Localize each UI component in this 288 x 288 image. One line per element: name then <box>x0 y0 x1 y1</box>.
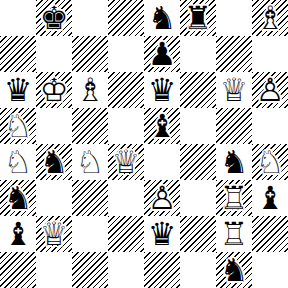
square-g4[interactable]: ♞♞ <box>216 144 252 180</box>
square-f1[interactable] <box>180 252 216 288</box>
square-h1[interactable] <box>252 252 288 288</box>
square-a3[interactable]: ♞♞ <box>0 180 36 216</box>
piece-black-knight: ♞♞ <box>0 180 36 216</box>
piece-glyph: ♛ <box>0 72 36 108</box>
square-a1[interactable] <box>0 252 36 288</box>
square-c7[interactable] <box>72 36 108 72</box>
square-a5[interactable]: ♞♘ <box>0 108 36 144</box>
square-g2[interactable]: ♜♖ <box>216 216 252 252</box>
square-d2[interactable] <box>108 216 144 252</box>
square-b4[interactable]: ♞♞ <box>36 144 72 180</box>
square-b6[interactable]: ♚♔ <box>36 72 72 108</box>
piece-white-queen: ♛♕ <box>108 144 144 180</box>
piece-white-knight: ♞♘ <box>72 144 108 180</box>
piece-black-bishop: ♝♝ <box>144 108 180 144</box>
piece-glyph: ♘ <box>0 108 36 144</box>
square-h7[interactable] <box>252 36 288 72</box>
square-f3[interactable] <box>180 180 216 216</box>
piece-glyph: ♝ <box>144 108 180 144</box>
piece-glyph: ♝ <box>0 216 36 252</box>
piece-black-king: ♚♚ <box>36 0 72 36</box>
square-a4[interactable]: ♞♘ <box>0 144 36 180</box>
piece-glyph: ♖ <box>216 216 252 252</box>
piece-glyph: ♔ <box>36 72 72 108</box>
square-e2[interactable]: ♛♛ <box>144 216 180 252</box>
piece-glyph: ♘ <box>252 144 288 180</box>
piece-white-rook: ♜♖ <box>216 216 252 252</box>
square-h3[interactable]: ♝♝ <box>252 180 288 216</box>
square-e8[interactable]: ♞♞ <box>144 0 180 36</box>
piece-glyph: ♞ <box>216 252 252 288</box>
piece-glyph: ♕ <box>36 216 72 252</box>
square-e1[interactable] <box>144 252 180 288</box>
piece-glyph: ♞ <box>0 180 36 216</box>
square-c8[interactable] <box>72 0 108 36</box>
square-c2[interactable] <box>72 216 108 252</box>
piece-white-king: ♚♔ <box>36 72 72 108</box>
piece-black-knight: ♞♞ <box>216 144 252 180</box>
piece-black-bishop: ♝♝ <box>252 180 288 216</box>
square-f6[interactable] <box>180 72 216 108</box>
square-b3[interactable] <box>36 180 72 216</box>
square-a8[interactable] <box>0 0 36 36</box>
piece-white-queen: ♛♕ <box>36 216 72 252</box>
square-d6[interactable] <box>108 72 144 108</box>
square-f8[interactable]: ♜♜ <box>180 0 216 36</box>
square-a2[interactable]: ♝♝ <box>0 216 36 252</box>
piece-white-pawn: ♟♙ <box>252 72 288 108</box>
square-e3[interactable]: ♟♙ <box>144 180 180 216</box>
piece-white-pawn: ♟♙ <box>144 180 180 216</box>
square-f2[interactable] <box>180 216 216 252</box>
piece-black-bishop: ♝♝ <box>0 216 36 252</box>
square-d1[interactable] <box>108 252 144 288</box>
piece-white-knight: ♞♘ <box>0 144 36 180</box>
piece-black-knight: ♞♞ <box>216 252 252 288</box>
piece-glyph: ♕ <box>108 144 144 180</box>
square-d5[interactable] <box>108 108 144 144</box>
square-g3[interactable]: ♜♖ <box>216 180 252 216</box>
piece-white-knight: ♞♘ <box>0 108 36 144</box>
piece-glyph: ♖ <box>216 180 252 216</box>
piece-glyph: ♝ <box>252 180 288 216</box>
square-h6[interactable]: ♟♙ <box>252 72 288 108</box>
square-b8[interactable]: ♚♚ <box>36 0 72 36</box>
square-a6[interactable]: ♛♛ <box>0 72 36 108</box>
square-e6[interactable]: ♛♛ <box>144 72 180 108</box>
chess-board: ♚♚♞♞♜♜♝♗♟♟♛♛♚♔♝♗♛♛♛♕♟♙♞♘♝♝♞♘♞♞♞♘♛♕♞♞♞♘♞♞… <box>0 0 288 288</box>
square-h4[interactable]: ♞♘ <box>252 144 288 180</box>
square-f7[interactable] <box>180 36 216 72</box>
piece-glyph: ♞ <box>216 144 252 180</box>
piece-white-queen: ♛♕ <box>216 72 252 108</box>
square-f4[interactable] <box>180 144 216 180</box>
piece-white-rook: ♜♖ <box>216 180 252 216</box>
square-c5[interactable] <box>72 108 108 144</box>
square-d8[interactable] <box>108 0 144 36</box>
square-c1[interactable] <box>72 252 108 288</box>
piece-glyph: ♞ <box>36 144 72 180</box>
piece-black-queen: ♛♛ <box>144 72 180 108</box>
piece-white-bishop: ♝♗ <box>72 72 108 108</box>
square-b7[interactable] <box>36 36 72 72</box>
square-g8[interactable] <box>216 0 252 36</box>
piece-black-queen: ♛♛ <box>144 216 180 252</box>
square-g5[interactable] <box>216 108 252 144</box>
square-d4[interactable]: ♛♕ <box>108 144 144 180</box>
piece-white-knight: ♞♘ <box>252 144 288 180</box>
piece-glyph: ♟ <box>144 36 180 72</box>
square-h5[interactable] <box>252 108 288 144</box>
square-g1[interactable]: ♞♞ <box>216 252 252 288</box>
piece-glyph: ♞ <box>144 0 180 36</box>
piece-glyph: ♗ <box>72 72 108 108</box>
square-b1[interactable] <box>36 252 72 288</box>
square-e5[interactable]: ♝♝ <box>144 108 180 144</box>
square-e7[interactable]: ♟♟ <box>144 36 180 72</box>
piece-black-queen: ♛♛ <box>0 72 36 108</box>
square-g6[interactable]: ♛♕ <box>216 72 252 108</box>
piece-black-knight: ♞♞ <box>144 0 180 36</box>
square-f5[interactable] <box>180 108 216 144</box>
square-h2[interactable] <box>252 216 288 252</box>
piece-glyph: ♙ <box>144 180 180 216</box>
square-b5[interactable] <box>36 108 72 144</box>
piece-glyph: ♘ <box>72 144 108 180</box>
square-h8[interactable]: ♝♗ <box>252 0 288 36</box>
square-g7[interactable] <box>216 36 252 72</box>
square-c4[interactable]: ♞♘ <box>72 144 108 180</box>
square-b2[interactable]: ♛♕ <box>36 216 72 252</box>
square-d3[interactable] <box>108 180 144 216</box>
piece-black-pawn: ♟♟ <box>144 36 180 72</box>
piece-black-knight: ♞♞ <box>36 144 72 180</box>
piece-white-bishop: ♝♗ <box>252 0 288 36</box>
square-c6[interactable]: ♝♗ <box>72 72 108 108</box>
piece-glyph: ♕ <box>216 72 252 108</box>
piece-glyph: ♚ <box>36 0 72 36</box>
square-e4[interactable] <box>144 144 180 180</box>
square-a7[interactable] <box>0 36 36 72</box>
piece-glyph: ♜ <box>180 0 216 36</box>
square-d7[interactable] <box>108 36 144 72</box>
square-c3[interactable] <box>72 180 108 216</box>
piece-glyph: ♘ <box>0 144 36 180</box>
piece-glyph: ♛ <box>144 216 180 252</box>
piece-glyph: ♙ <box>252 72 288 108</box>
piece-glyph: ♛ <box>144 72 180 108</box>
piece-black-rook: ♜♜ <box>180 0 216 36</box>
piece-glyph: ♗ <box>252 0 288 36</box>
